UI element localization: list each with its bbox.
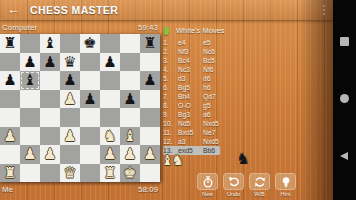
square-h4[interactable] <box>140 108 160 127</box>
square-a7[interactable] <box>0 53 20 72</box>
bulb-icon <box>275 173 296 190</box>
white-king-g1: ♚ <box>120 164 140 183</box>
white-pawn-d3: ♟ <box>60 127 80 146</box>
captured-white-pieces-tray: ♝♞ <box>161 152 182 168</box>
android-nav-bar <box>333 0 356 200</box>
white-pawn-a3: ♟ <box>0 127 20 146</box>
chess-app-window: ← CHESS MASTER Computer 59:43 ♜♝♚♜♟♟♛♟♟♝… <box>0 0 333 200</box>
black-rook-a8: ♜ <box>0 34 20 53</box>
black-pawn-d6: ♟ <box>60 71 80 90</box>
undo-button[interactable]: Undo <box>223 173 244 197</box>
square-c7[interactable]: ♟ <box>40 53 60 72</box>
square-g8[interactable] <box>120 34 140 53</box>
square-h5[interactable] <box>140 90 160 109</box>
move-row-10[interactable]: 10.Nd5Nxd5 <box>163 119 253 128</box>
white-pawn-b2: ♟ <box>20 145 40 164</box>
moves-list[interactable]: 1.e4e52.Nf3Nc63.Bc4Bc54.Nc3Nf65.d3d66.Bg… <box>163 38 253 155</box>
black-pawn-a6: ♟ <box>0 71 20 90</box>
undo-arrow-icon <box>223 173 244 190</box>
white-rook-f1: ♜ <box>100 164 120 183</box>
square-g2[interactable]: ♟ <box>120 145 140 164</box>
black-move: Nxd5 <box>203 119 219 128</box>
move-row-8[interactable]: 8.O-Og5 <box>163 101 253 110</box>
square-g4[interactable] <box>120 108 140 127</box>
black-move: Nxd5 <box>203 137 219 146</box>
black-pawn-f7: ♟ <box>100 53 120 72</box>
square-f7[interactable]: ♟ <box>100 53 120 72</box>
square-a8[interactable]: ♜ <box>0 34 20 53</box>
square-g6[interactable] <box>120 71 140 90</box>
white-move: a3 <box>178 137 203 146</box>
white-pawn-c2: ♟ <box>40 145 60 164</box>
move-row-9[interactable]: 9.Bg3a6 <box>163 110 253 119</box>
square-e8[interactable]: ♚ <box>80 34 100 53</box>
move-row-6[interactable]: 6.Bg5h6 <box>163 83 253 92</box>
square-f8[interactable] <box>100 34 120 53</box>
square-f3[interactable]: ♞ <box>100 127 120 146</box>
white-move: Bg5 <box>178 83 203 92</box>
stopwatch-icon <box>197 173 218 190</box>
black-queen-d7: ♛ <box>60 53 80 72</box>
square-a5[interactable] <box>0 90 20 109</box>
back-arrow-icon[interactable]: ← <box>7 2 20 17</box>
square-a3[interactable]: ♟ <box>0 127 20 146</box>
new-game-button[interactable]: New <box>197 173 218 197</box>
undo-label: Undo <box>227 191 240 197</box>
black-move: Ne7 <box>203 128 215 137</box>
move-row-12[interactable]: 12.a3Nxd5 <box>163 137 253 146</box>
square-h2[interactable]: ♟ <box>140 145 160 164</box>
swap-colors-label: W/B <box>254 191 264 197</box>
square-e3[interactable] <box>80 127 100 146</box>
black-bishop-b6: ♝ <box>20 71 40 90</box>
square-g1[interactable]: ♚ <box>120 164 140 183</box>
black-move: d6 <box>203 74 211 83</box>
square-d7[interactable]: ♛ <box>60 53 80 72</box>
black-move: e5 <box>203 38 211 47</box>
black-move: Nf6 <box>203 65 214 74</box>
title-bar: ← CHESS MASTER <box>0 0 333 20</box>
kebab-menu-icon[interactable] <box>319 3 329 17</box>
square-c3[interactable] <box>40 127 60 146</box>
square-e2[interactable] <box>80 145 100 164</box>
white-move: Nd5 <box>178 119 203 128</box>
square-e7[interactable] <box>80 53 100 72</box>
move-number: 5. <box>163 74 178 83</box>
square-b4[interactable] <box>20 108 40 127</box>
move-number: 2. <box>163 47 178 56</box>
opponent-row: Computer 59:43 <box>0 23 160 32</box>
square-a1[interactable]: ♜ <box>0 164 20 183</box>
white-move: Nf3 <box>178 47 203 56</box>
black-move: Qd7 <box>203 92 216 101</box>
square-a4[interactable] <box>0 108 20 127</box>
white-move: d3 <box>178 74 203 83</box>
square-c6[interactable] <box>40 71 60 90</box>
square-a6[interactable]: ♟ <box>0 71 20 90</box>
square-f2[interactable]: ♟ <box>100 145 120 164</box>
move-number: 7. <box>163 92 178 101</box>
square-c1[interactable] <box>40 164 60 183</box>
move-row-4[interactable]: 4.Nc3Nf6 <box>163 65 253 74</box>
black-pawn-g5: ♟ <box>120 90 140 109</box>
move-number: 8. <box>163 101 178 110</box>
chess-board[interactable]: ♜♝♚♜♟♟♛♟♟♝♟♟♟♟♟♟♟♞♝♟♟♟♟♟♜♛♜♚ <box>0 34 160 182</box>
square-e1[interactable] <box>80 164 100 183</box>
white-move: Bc4 <box>178 56 203 65</box>
black-move: h6 <box>203 83 211 92</box>
moves-header: White's Moves <box>176 26 225 35</box>
square-d6[interactable]: ♟ <box>60 71 80 90</box>
move-row-2[interactable]: 2.Nf3Nc6 <box>163 47 253 56</box>
square-e5[interactable]: ♟ <box>80 90 100 109</box>
app-title: CHESS MASTER <box>30 4 118 16</box>
square-c4[interactable] <box>40 108 60 127</box>
move-number: 4. <box>163 65 178 74</box>
black-king-e8: ♚ <box>80 34 100 53</box>
square-g7[interactable] <box>120 53 140 72</box>
swap-colors-button[interactable]: W/B <box>249 173 270 197</box>
move-number: 11. <box>163 128 178 137</box>
square-f4[interactable] <box>100 108 120 127</box>
black-move: Bc5 <box>203 56 215 65</box>
black-pawn-b7: ♟ <box>20 53 40 72</box>
white-rook-a1: ♜ <box>0 164 20 183</box>
player-name: Me <box>2 185 13 194</box>
square-e4[interactable] <box>80 108 100 127</box>
black-move: Nc6 <box>203 47 215 56</box>
white-move: e4 <box>178 38 203 47</box>
move-number: 12. <box>163 137 178 146</box>
square-h8[interactable]: ♜ <box>140 34 160 53</box>
square-e6[interactable] <box>80 71 100 90</box>
white-pawn-f2: ♟ <box>100 145 120 164</box>
square-b2[interactable]: ♟ <box>20 145 40 164</box>
square-d2[interactable] <box>60 145 80 164</box>
white-move: Bg3 <box>178 110 203 119</box>
move-number: 10. <box>163 119 178 128</box>
square-b6[interactable]: ♝ <box>20 71 40 90</box>
hint-button[interactable]: Hint <box>275 173 296 197</box>
green-indicator-icon <box>163 27 169 36</box>
black-rook-h8: ♜ <box>140 34 160 53</box>
swap-colors-icon <box>249 173 270 190</box>
square-b3[interactable] <box>20 127 40 146</box>
screen: ← CHESS MASTER Computer 59:43 ♜♝♚♜♟♟♛♟♟♝… <box>0 0 356 200</box>
square-c8[interactable]: ♝ <box>40 34 60 53</box>
square-b5[interactable] <box>20 90 40 109</box>
white-pawn-d5: ♟ <box>60 90 80 109</box>
captured-black-pieces-tray: ♞ <box>236 149 250 168</box>
square-c5[interactable] <box>40 90 60 109</box>
opponent-name: Computer <box>2 23 37 32</box>
square-h7[interactable] <box>140 53 160 72</box>
white-bishop-g3: ♝ <box>120 127 140 146</box>
move-number: 3. <box>163 56 178 65</box>
new-game-label: New <box>202 191 213 197</box>
square-b1[interactable] <box>20 164 40 183</box>
square-f1[interactable]: ♜ <box>100 164 120 183</box>
black-move: a6 <box>203 110 211 119</box>
move-row-1[interactable]: 1.e4e5 <box>163 38 253 47</box>
white-move: Bxd5 <box>178 128 203 137</box>
move-row-5[interactable]: 5.d3d6 <box>163 74 253 83</box>
right-edge-shadow <box>299 0 333 200</box>
black-bishop-c8: ♝ <box>40 34 60 53</box>
opponent-clock: 59:43 <box>138 23 158 32</box>
square-d3[interactable]: ♟ <box>60 127 80 146</box>
player-row: Me 58:09 <box>0 185 160 194</box>
white-move: Nc3 <box>178 65 203 74</box>
square-d8[interactable] <box>60 34 80 53</box>
recents-square-icon[interactable] <box>340 37 349 46</box>
move-row-11[interactable]: 11.Bxd5Ne7 <box>163 128 253 137</box>
move-row-3[interactable]: 3.Bc4Bc5 <box>163 56 253 65</box>
player-clock: 58:09 <box>138 185 158 194</box>
square-b7[interactable]: ♟ <box>20 53 40 72</box>
square-c2[interactable]: ♟ <box>40 145 60 164</box>
square-f6[interactable] <box>100 71 120 90</box>
square-g3[interactable]: ♝ <box>120 127 140 146</box>
toolbar: New Undo <box>197 173 296 197</box>
square-b8[interactable] <box>20 34 40 53</box>
white-pawn-h2: ♟ <box>140 145 160 164</box>
black-pawn-h6: ♟ <box>140 71 160 90</box>
black-move: Bb6 <box>203 146 215 155</box>
home-circle-icon[interactable] <box>340 94 349 103</box>
square-d1[interactable]: ♛ <box>60 164 80 183</box>
move-row-7[interactable]: 7.Bh4Qd7 <box>163 92 253 101</box>
square-d5[interactable]: ♟ <box>60 90 80 109</box>
white-move: Bh4 <box>178 92 203 101</box>
move-number: 1. <box>163 38 178 47</box>
black-pawn-c7: ♟ <box>40 53 60 72</box>
square-h1[interactable] <box>140 164 160 183</box>
white-move: O-O <box>178 101 203 110</box>
white-queen-d1: ♛ <box>60 164 80 183</box>
move-number: 6. <box>163 83 178 92</box>
square-g5[interactable]: ♟ <box>120 90 140 109</box>
white-knight-f3: ♞ <box>100 127 120 146</box>
square-f5[interactable] <box>100 90 120 109</box>
hint-label: Hint <box>281 191 291 197</box>
move-number: 9. <box>163 110 178 119</box>
square-d4[interactable] <box>60 108 80 127</box>
square-h3[interactable] <box>140 127 160 146</box>
black-pawn-e5: ♟ <box>80 90 100 109</box>
black-move: g5 <box>203 101 211 110</box>
square-h6[interactable]: ♟ <box>140 71 160 90</box>
back-triangle-icon[interactable] <box>340 152 348 160</box>
square-a2[interactable] <box>0 145 20 164</box>
white-pawn-g2: ♟ <box>120 145 140 164</box>
